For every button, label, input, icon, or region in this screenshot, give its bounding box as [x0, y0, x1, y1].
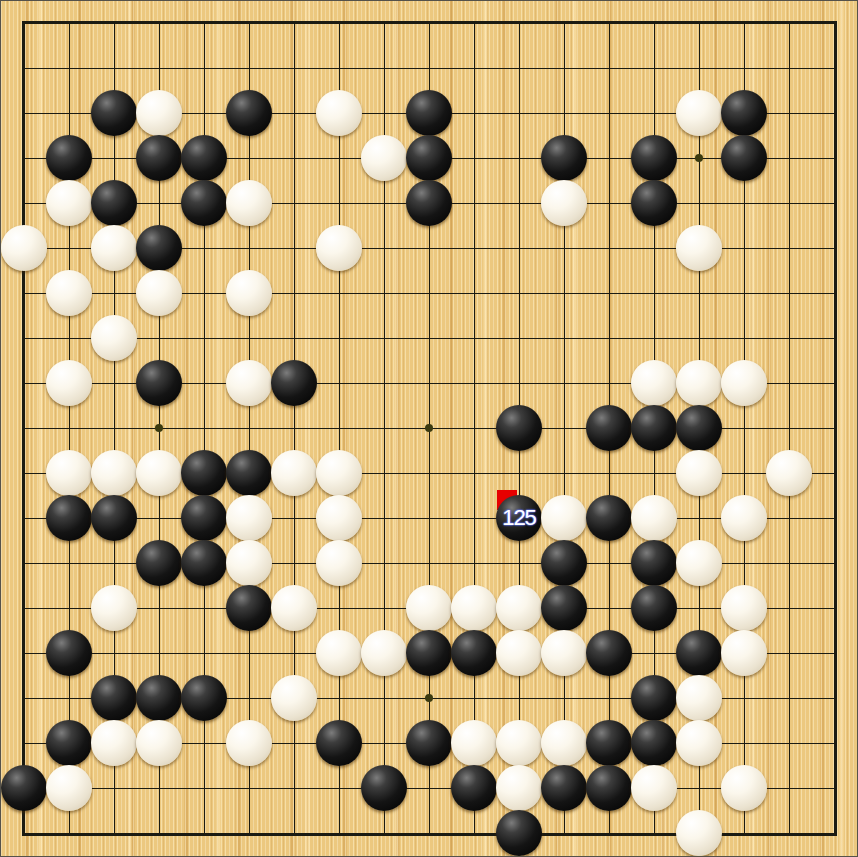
white-stone — [721, 765, 767, 811]
black-stone — [586, 630, 632, 676]
star-point — [425, 694, 433, 702]
white-stone — [91, 450, 137, 496]
white-stone — [541, 720, 587, 766]
white-stone — [676, 360, 722, 406]
white-stone — [361, 135, 407, 181]
black-stone — [181, 675, 227, 721]
black-stone — [46, 720, 92, 766]
black-stone — [496, 405, 542, 451]
black-stone — [46, 495, 92, 541]
white-stone — [766, 450, 812, 496]
black-stone — [226, 450, 272, 496]
black-stone — [181, 540, 227, 586]
white-stone — [721, 495, 767, 541]
black-stone — [541, 765, 587, 811]
black-stone — [181, 135, 227, 181]
star-point — [155, 424, 163, 432]
white-stone — [541, 180, 587, 226]
white-stone — [91, 585, 137, 631]
white-stone — [91, 720, 137, 766]
white-stone — [136, 90, 182, 136]
black-stone — [181, 180, 227, 226]
go-app-window: 125 — [0, 0, 858, 857]
black-stone — [631, 585, 677, 631]
black-stone — [361, 765, 407, 811]
black-stone — [406, 180, 452, 226]
black-stone — [226, 585, 272, 631]
last-move-stone: 125 — [496, 495, 542, 541]
black-stone — [406, 90, 452, 136]
white-stone — [271, 450, 317, 496]
white-stone — [46, 765, 92, 811]
white-stone — [271, 585, 317, 631]
white-stone — [226, 540, 272, 586]
white-stone — [316, 90, 362, 136]
black-stone — [586, 720, 632, 766]
white-stone — [226, 180, 272, 226]
black-stone — [181, 495, 227, 541]
white-stone — [316, 495, 362, 541]
white-stone — [226, 495, 272, 541]
black-stone — [586, 765, 632, 811]
white-stone — [676, 90, 722, 136]
white-stone — [676, 450, 722, 496]
black-stone — [91, 90, 137, 136]
white-stone — [496, 585, 542, 631]
white-stone — [91, 315, 137, 361]
black-stone — [631, 135, 677, 181]
black-stone — [676, 630, 722, 676]
black-stone — [541, 585, 587, 631]
move-number-label: 125 — [502, 507, 536, 529]
white-stone — [496, 765, 542, 811]
black-stone — [586, 495, 632, 541]
black-stone — [586, 405, 632, 451]
black-stone — [631, 675, 677, 721]
black-stone — [541, 540, 587, 586]
white-stone — [721, 360, 767, 406]
white-stone — [316, 630, 362, 676]
white-stone — [496, 630, 542, 676]
black-stone — [541, 135, 587, 181]
black-stone — [406, 630, 452, 676]
black-stone — [721, 90, 767, 136]
black-stone — [451, 630, 497, 676]
white-stone — [631, 495, 677, 541]
black-stone — [46, 135, 92, 181]
white-stone — [541, 630, 587, 676]
black-stone — [631, 180, 677, 226]
white-stone — [46, 360, 92, 406]
white-stone — [226, 720, 272, 766]
white-stone — [451, 585, 497, 631]
black-stone — [676, 405, 722, 451]
white-stone — [676, 540, 722, 586]
black-stone — [91, 495, 137, 541]
white-stone — [361, 630, 407, 676]
black-stone — [46, 630, 92, 676]
white-stone — [496, 720, 542, 766]
white-stone — [631, 765, 677, 811]
black-stone — [271, 360, 317, 406]
black-stone — [136, 540, 182, 586]
black-stone — [721, 135, 767, 181]
white-stone — [631, 360, 677, 406]
black-stone — [451, 765, 497, 811]
white-stone — [271, 675, 317, 721]
black-stone — [316, 720, 362, 766]
black-stone — [136, 135, 182, 181]
white-stone — [136, 270, 182, 316]
white-stone — [226, 270, 272, 316]
black-stone — [496, 810, 542, 856]
black-stone — [136, 225, 182, 271]
black-stone — [136, 360, 182, 406]
black-stone — [226, 90, 272, 136]
go-board[interactable]: 125 — [1, 1, 858, 857]
black-stone — [91, 675, 137, 721]
black-stone — [91, 180, 137, 226]
white-stone — [721, 630, 767, 676]
black-stone — [631, 540, 677, 586]
white-stone — [721, 585, 767, 631]
black-stone — [1, 765, 47, 811]
white-stone — [226, 360, 272, 406]
white-stone — [676, 720, 722, 766]
black-stone — [136, 675, 182, 721]
white-stone — [46, 270, 92, 316]
white-stone — [451, 720, 497, 766]
black-stone — [631, 405, 677, 451]
white-stone — [136, 450, 182, 496]
white-stone — [46, 450, 92, 496]
white-stone — [676, 225, 722, 271]
white-stone — [316, 450, 362, 496]
white-stone — [541, 495, 587, 541]
white-stone — [676, 675, 722, 721]
white-stone — [406, 585, 452, 631]
white-stone — [316, 225, 362, 271]
white-stone — [136, 720, 182, 766]
black-stone — [181, 450, 227, 496]
white-stone — [316, 540, 362, 586]
black-stone — [631, 720, 677, 766]
white-stone — [676, 810, 722, 856]
white-stone — [46, 180, 92, 226]
star-point — [425, 424, 433, 432]
white-stone — [91, 225, 137, 271]
star-point — [695, 154, 703, 162]
black-stone — [406, 720, 452, 766]
white-stone — [1, 225, 47, 271]
black-stone — [406, 135, 452, 181]
